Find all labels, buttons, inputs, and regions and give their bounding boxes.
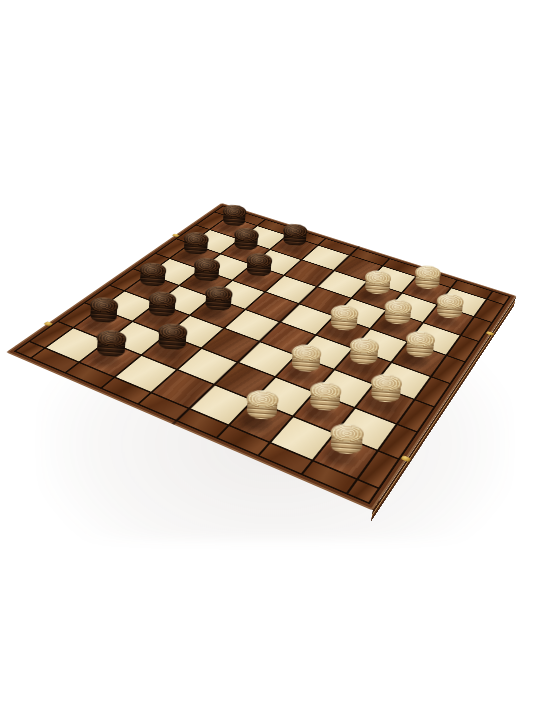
border-segment	[31, 322, 72, 347]
checkers-board	[6, 203, 516, 510]
dark-checker-0-6	[89, 297, 119, 324]
board-perspective-wrapper	[81, 123, 480, 522]
border-segment	[260, 444, 311, 474]
cream-square-3-6	[179, 349, 237, 384]
light-checker-6-6	[309, 381, 342, 411]
light-checker-6-4	[349, 337, 380, 365]
light-checker-5-7	[245, 389, 279, 420]
dark-checker-1-5	[147, 291, 177, 318]
light-checker-5-3	[330, 304, 360, 331]
brown-square-3-5	[203, 329, 259, 362]
dark-checker-2-6	[157, 323, 188, 351]
product-photo-canvas	[0, 0, 540, 720]
dark-checker-1-7	[96, 329, 128, 358]
light-checker-7-7	[329, 423, 364, 455]
light-checker-7-3	[405, 330, 436, 358]
light-checker-5-5	[290, 344, 322, 373]
light-checker-7-5	[370, 373, 403, 403]
